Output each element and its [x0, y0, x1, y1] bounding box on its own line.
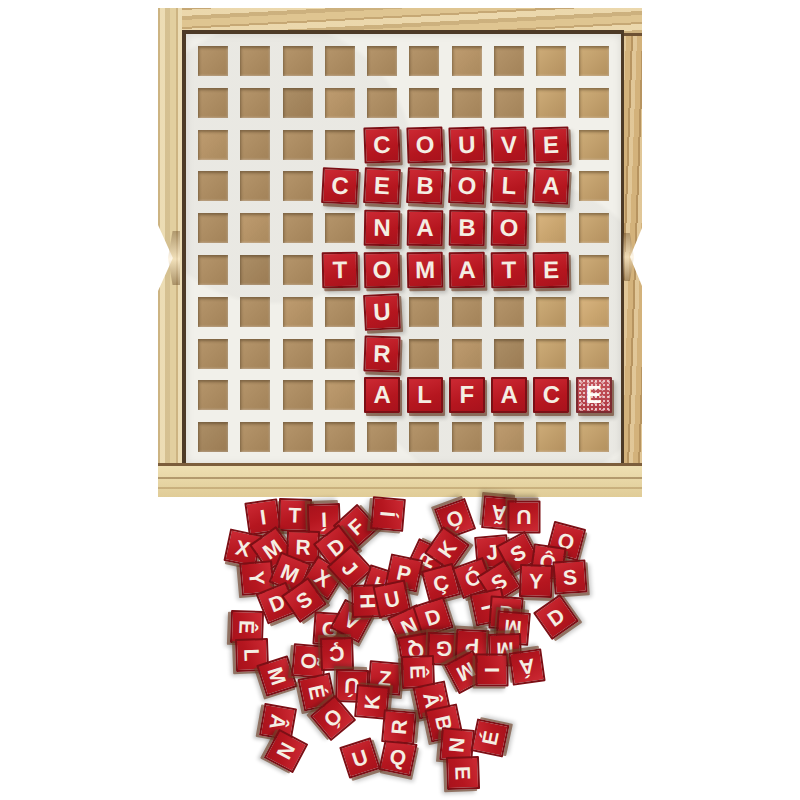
- board-cell-r9c2[interactable]: [240, 380, 270, 410]
- board-cell-r4c10[interactable]: [579, 171, 609, 201]
- board-cell-r1c8[interactable]: [494, 46, 524, 76]
- board-cell-r5c2[interactable]: [240, 213, 270, 243]
- loose-tile-d-40[interactable]: D: [533, 594, 579, 640]
- board-cell-r10c10[interactable]: [579, 422, 609, 452]
- board-tile-l-r9c6[interactable]: L: [407, 377, 443, 413]
- board-cell-r7c6[interactable]: [409, 297, 439, 327]
- board-cell-r2c8[interactable]: [494, 88, 524, 118]
- board-cell-r10c4[interactable]: [325, 422, 355, 452]
- board-tile-l-r4c8[interactable]: L: [490, 167, 528, 205]
- board-cell-r3c3[interactable]: [283, 130, 313, 160]
- board-cell-r6c1[interactable]: [198, 255, 228, 285]
- board-cell-r1c9[interactable]: [536, 46, 566, 76]
- board-tile-a-r4c9[interactable]: A: [532, 167, 570, 205]
- board-cell-r1c5[interactable]: [367, 46, 397, 76]
- finger-notch-right: [622, 228, 642, 286]
- board-tile-b-r4c6[interactable]: B: [406, 167, 444, 205]
- loose-tile-á-63[interactable]: Á: [508, 648, 545, 685]
- board-tile-e-r4c5[interactable]: E: [363, 167, 401, 205]
- board-cell-r9c1[interactable]: [198, 380, 228, 410]
- board-tile-t-r6c8[interactable]: T: [491, 252, 528, 289]
- board-cell-r10c9[interactable]: [536, 422, 566, 452]
- board-tile-e-r3c9[interactable]: E: [533, 126, 570, 163]
- loose-tile-r-59[interactable]: R: [381, 709, 417, 745]
- loose-tile-e-68[interactable]: E: [446, 756, 480, 790]
- board-cell-r8c6[interactable]: [409, 339, 439, 369]
- board-cell-r1c10[interactable]: [579, 46, 609, 76]
- board-tile-c-r4c4[interactable]: C: [321, 167, 359, 205]
- board-cell-r8c9[interactable]: [536, 339, 566, 369]
- board-cell-r8c4[interactable]: [325, 339, 355, 369]
- board-cell-r7c4[interactable]: [325, 297, 355, 327]
- board-cell-r2c7[interactable]: [452, 88, 482, 118]
- board-cell-r1c4[interactable]: [325, 46, 355, 76]
- board-cell-r2c1[interactable]: [198, 88, 228, 118]
- loose-tile-í-4[interactable]: Í: [370, 496, 406, 532]
- board-cell-r10c6[interactable]: [409, 422, 439, 452]
- loose-tile-u-7[interactable]: U: [508, 501, 541, 534]
- board-tile-u-r7c5[interactable]: U: [363, 293, 401, 331]
- board-tile-e-r9c10[interactable]: E: [576, 377, 612, 413]
- loose-tile-é-67[interactable]: É: [470, 718, 509, 757]
- board-tile-a-r5c6[interactable]: A: [406, 210, 443, 247]
- board-tile-o-r4c7[interactable]: O: [448, 167, 486, 205]
- board-cell-r5c3[interactable]: [283, 213, 313, 243]
- loose-tile-s-28[interactable]: S: [552, 559, 587, 594]
- board-cell-r8c3[interactable]: [283, 339, 313, 369]
- board-cell-r6c3[interactable]: [283, 255, 313, 285]
- board-cell-r9c3[interactable]: [283, 380, 313, 410]
- board-cell-r1c6[interactable]: [409, 46, 439, 76]
- board-tile-m-r6c6[interactable]: M: [406, 252, 443, 289]
- board-cell-r4c3[interactable]: [283, 171, 313, 201]
- board-cell-r7c9[interactable]: [536, 297, 566, 327]
- notch-cut: [158, 225, 182, 291]
- board-cell-r7c8[interactable]: [494, 297, 524, 327]
- board-tile-o-r5c8[interactable]: O: [491, 210, 528, 247]
- finger-notch-left: [158, 225, 182, 291]
- notch-cut: [622, 228, 642, 286]
- board-cell-r4c1[interactable]: [198, 171, 228, 201]
- board-tile-b-r5c7[interactable]: B: [448, 210, 485, 247]
- board-tile-r-r8c5[interactable]: R: [364, 335, 401, 372]
- board-cell-r1c3[interactable]: [283, 46, 313, 76]
- board-cell-r8c1[interactable]: [198, 339, 228, 369]
- board-cell-r5c1[interactable]: [198, 213, 228, 243]
- wooden-box: COUVECEBOLANABOTOMATEURALFACE: [158, 8, 642, 497]
- board-cell-r8c8[interactable]: [494, 339, 524, 369]
- board-tile-n-r5c5[interactable]: N: [364, 210, 401, 247]
- board-tile-v-r3c8[interactable]: V: [490, 126, 527, 163]
- board-cell-r2c4[interactable]: [325, 88, 355, 118]
- board-cell-r1c1[interactable]: [198, 46, 228, 76]
- board-cell-r3c10[interactable]: [579, 130, 609, 160]
- board-cell-r8c10[interactable]: [579, 339, 609, 369]
- board-cell-r10c1[interactable]: [198, 422, 228, 452]
- board-cell-r3c4[interactable]: [325, 130, 355, 160]
- board-cell-r5c4[interactable]: [325, 213, 355, 243]
- board-tile-a-r9c8[interactable]: A: [491, 377, 527, 413]
- board-cell-r7c1[interactable]: [198, 297, 228, 327]
- board-cell-r1c2[interactable]: [240, 46, 270, 76]
- board-tile-c-r3c5[interactable]: C: [364, 126, 401, 163]
- board-cell-r7c3[interactable]: [283, 297, 313, 327]
- board-cell-r7c2[interactable]: [240, 297, 270, 327]
- board-tile-o-r3c6[interactable]: O: [406, 126, 443, 163]
- loose-tile-u-57[interactable]: U: [339, 737, 381, 779]
- board-cell-r2c3[interactable]: [283, 88, 313, 118]
- loose-tile-ç-49[interactable]: Ç: [320, 637, 354, 671]
- board-cell-r8c7[interactable]: [452, 339, 482, 369]
- board-cell-r9c4[interactable]: [325, 380, 355, 410]
- board-cell-r1c7[interactable]: [452, 46, 482, 76]
- wood-frame-bottom: [158, 463, 642, 497]
- board-tile-t-r6c4[interactable]: T: [322, 252, 359, 289]
- board-tile-c-r9c9[interactable]: C: [533, 377, 569, 413]
- board-cell-r2c9[interactable]: [536, 88, 566, 118]
- board-cell-r5c9[interactable]: [536, 213, 566, 243]
- board-cell-r10c3[interactable]: [283, 422, 313, 452]
- board-cell-r10c5[interactable]: [367, 422, 397, 452]
- board-cell-r3c2[interactable]: [240, 130, 270, 160]
- board-cell-r3c1[interactable]: [198, 130, 228, 160]
- loose-tile-i-62[interactable]: I: [476, 654, 509, 687]
- loose-tile-y-27[interactable]: Y: [519, 564, 553, 598]
- board-cell-r2c6[interactable]: [409, 88, 439, 118]
- board-cell-r6c2[interactable]: [240, 255, 270, 285]
- board-panel: COUVECEBOLANABOTOMATEURALFACE: [186, 34, 621, 464]
- board-cell-r2c10[interactable]: [579, 88, 609, 118]
- board-cell-r8c2[interactable]: [240, 339, 270, 369]
- board-cell-r10c2[interactable]: [240, 422, 270, 452]
- board-cell-r7c7[interactable]: [452, 297, 482, 327]
- word-game-photo: COUVECEBOLANABOTOMATEURALFACE ITÍFÍÓÃUOX…: [0, 0, 800, 800]
- board-tile-f-r9c7[interactable]: F: [449, 377, 485, 413]
- board-cell-r10c7[interactable]: [452, 422, 482, 452]
- board-tile-a-r6c7[interactable]: A: [448, 252, 485, 289]
- board-cell-r7c10[interactable]: [579, 297, 609, 327]
- board-cell-r5c10[interactable]: [579, 213, 609, 243]
- board-cell-r2c5[interactable]: [367, 88, 397, 118]
- board-cell-r6c10[interactable]: [579, 255, 609, 285]
- board-cell-r4c2[interactable]: [240, 171, 270, 201]
- board-cell-r10c8[interactable]: [494, 422, 524, 452]
- board-tile-u-r3c7[interactable]: U: [448, 126, 485, 163]
- board-cell-r2c2[interactable]: [240, 88, 270, 118]
- board-tile-a-r9c5[interactable]: A: [364, 377, 400, 413]
- board-tile-o-r6c5[interactable]: O: [364, 252, 401, 289]
- board-tile-e-r6c9[interactable]: E: [533, 252, 570, 289]
